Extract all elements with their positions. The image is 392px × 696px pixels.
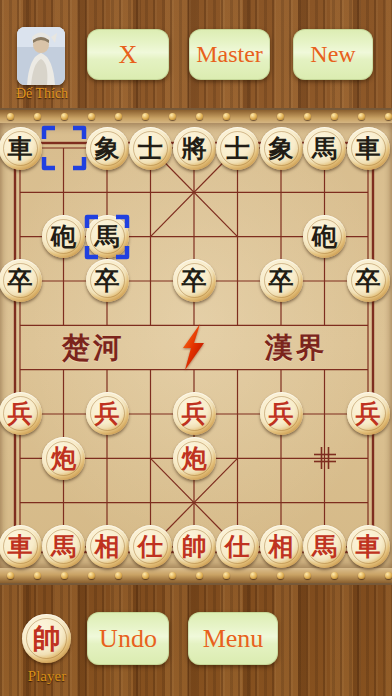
- piece-red-兵-f4r6[interactable]: 兵: [173, 392, 216, 435]
- gold-stud: [223, 572, 230, 579]
- gold-stud: [7, 113, 14, 120]
- lightning-bolt-icon: [178, 323, 208, 371]
- gold-stud: [304, 572, 311, 579]
- piece-black-車-f0r0[interactable]: 車: [0, 127, 42, 170]
- piece-red-相-f6r9[interactable]: 相: [260, 525, 303, 568]
- menu-button[interactable]: Menu: [188, 612, 278, 665]
- gold-stud: [385, 113, 392, 120]
- piece-black-卒-f6r3[interactable]: 卒: [260, 259, 303, 302]
- gold-stud: [358, 572, 365, 579]
- piece-black-象-f2r0[interactable]: 象: [86, 127, 129, 170]
- piece-black-馬-f7r0[interactable]: 馬: [303, 127, 346, 170]
- avatar-portrait-image: [17, 27, 65, 85]
- gold-stud: [250, 572, 257, 579]
- piece-black-士-f3r0[interactable]: 士: [129, 127, 172, 170]
- close-button[interactable]: X: [87, 29, 169, 80]
- gold-stud: [88, 113, 95, 120]
- piece-black-砲-f1r2[interactable]: 砲: [42, 215, 85, 258]
- piece-red-兵-f6r6[interactable]: 兵: [260, 392, 303, 435]
- gold-stud: [223, 113, 230, 120]
- gold-stud: [61, 113, 68, 120]
- piece-black-卒-f4r3[interactable]: 卒: [173, 259, 216, 302]
- avatar[interactable]: [17, 27, 65, 85]
- gold-stud: [142, 113, 149, 120]
- piece-black-砲-f7r2[interactable]: 砲: [303, 215, 346, 258]
- player-side-piece-icon: 帥: [22, 614, 71, 663]
- gold-stud: [115, 113, 122, 120]
- gold-stud: [304, 113, 311, 120]
- gold-stud: [277, 113, 284, 120]
- gold-stud: [331, 572, 338, 579]
- player-name-label: Đế Thích: [0, 86, 84, 102]
- gold-stud: [169, 113, 176, 120]
- gold-stud: [277, 572, 284, 579]
- piece-black-卒-f2r3[interactable]: 卒: [86, 259, 129, 302]
- master-level-button[interactable]: Master: [189, 29, 270, 80]
- player-side-label: Player: [8, 668, 86, 685]
- xiangqi-app-window: Đế Thích X Master New 楚河 漢界 車象士將士象馬車砲馬砲卒…: [0, 0, 392, 696]
- piece-black-象-f6r0[interactable]: 象: [260, 127, 303, 170]
- piece-red-兵-f0r6[interactable]: 兵: [0, 392, 42, 435]
- piece-black-馬-f2r2[interactable]: 馬: [86, 215, 129, 258]
- gold-stud: [34, 113, 41, 120]
- gold-stud: [34, 572, 41, 579]
- gold-stud: [331, 113, 338, 120]
- gold-stud: [196, 113, 203, 120]
- gold-stud: [61, 572, 68, 579]
- piece-red-兵-f8r6[interactable]: 兵: [347, 392, 390, 435]
- piece-black-車-f8r0[interactable]: 車: [347, 127, 390, 170]
- river-label-han-jie: 漢界: [246, 332, 346, 364]
- gold-stud: [7, 572, 14, 579]
- gold-stud: [142, 572, 149, 579]
- piece-black-將-f4r0[interactable]: 將: [173, 127, 216, 170]
- gold-stud: [250, 113, 257, 120]
- piece-red-炮-f1r7[interactable]: 炮: [42, 437, 85, 480]
- piece-red-帥-f4r9[interactable]: 帥: [173, 525, 216, 568]
- gold-stud: [196, 572, 203, 579]
- river-label-chu-he: 楚河: [43, 332, 143, 364]
- piece-red-車-f0r9[interactable]: 車: [0, 525, 42, 568]
- piece-black-士-f5r0[interactable]: 士: [216, 127, 259, 170]
- gold-stud: [358, 113, 365, 120]
- gold-stud: [88, 572, 95, 579]
- gold-stud: [385, 572, 392, 579]
- piece-black-卒-f8r3[interactable]: 卒: [347, 259, 390, 302]
- undo-button[interactable]: Undo: [87, 612, 169, 665]
- piece-red-車-f8r9[interactable]: 車: [347, 525, 390, 568]
- gold-stud: [169, 572, 176, 579]
- new-game-button[interactable]: New: [293, 29, 373, 80]
- piece-red-相-f2r9[interactable]: 相: [86, 525, 129, 568]
- piece-red-兵-f2r6[interactable]: 兵: [86, 392, 129, 435]
- piece-black-卒-f0r3[interactable]: 卒: [0, 259, 42, 302]
- board-frame-bottom-studs: [0, 568, 392, 585]
- piece-red-炮-f4r7[interactable]: 炮: [173, 437, 216, 480]
- gold-stud: [115, 572, 122, 579]
